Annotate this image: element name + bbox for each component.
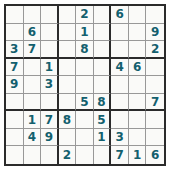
cell-r5c1[interactable]: 9 (6, 76, 24, 94)
cell-r2c4[interactable] (59, 24, 77, 42)
cell-r8c5[interactable] (76, 129, 94, 147)
cell-r2c2[interactable]: 6 (24, 24, 42, 42)
cell-r8c4[interactable] (59, 129, 77, 147)
cell-r3c7[interactable] (111, 41, 129, 59)
cell-r3c1[interactable]: 3 (6, 41, 24, 59)
cell-r2c1[interactable] (6, 24, 24, 42)
cell-r5c4[interactable] (59, 76, 77, 94)
cell-r9c1[interactable] (6, 146, 24, 164)
cell-r6c4[interactable] (59, 94, 77, 112)
cell-r7c9[interactable] (146, 111, 164, 129)
cell-r6c9[interactable]: 7 (146, 94, 164, 112)
cell-r6c7[interactable] (111, 94, 129, 112)
cell-r4c9[interactable] (146, 59, 164, 77)
cell-r7c4[interactable]: 8 (59, 111, 77, 129)
cell-r5c3[interactable]: 3 (41, 76, 59, 94)
cell-r9c5[interactable] (76, 146, 94, 164)
cell-r2c5[interactable]: 1 (76, 24, 94, 42)
cell-r7c2[interactable]: 1 (24, 111, 42, 129)
cell-r3c9[interactable]: 2 (146, 41, 164, 59)
cell-r6c1[interactable] (6, 94, 24, 112)
cell-r9c9[interactable]: 6 (146, 146, 164, 164)
cell-r9c6[interactable] (94, 146, 112, 164)
cell-r1c1[interactable] (6, 6, 24, 24)
cell-r7c5[interactable] (76, 111, 94, 129)
cell-r3c5[interactable]: 8 (76, 41, 94, 59)
cell-r6c8[interactable] (129, 94, 147, 112)
cell-r1c3[interactable] (41, 6, 59, 24)
cell-r6c6[interactable]: 8 (94, 94, 112, 112)
cell-r8c8[interactable] (129, 129, 147, 147)
cell-r4c6[interactable] (94, 59, 112, 77)
cell-r9c3[interactable] (41, 146, 59, 164)
cell-r8c6[interactable]: 1 (94, 129, 112, 147)
cell-r4c4[interactable] (59, 59, 77, 77)
cell-r6c2[interactable] (24, 94, 42, 112)
cell-r3c4[interactable] (59, 41, 77, 59)
cell-r5c6[interactable] (94, 76, 112, 94)
cell-r4c8[interactable]: 6 (129, 59, 147, 77)
cell-r2c9[interactable]: 9 (146, 24, 164, 42)
cell-r4c1[interactable]: 7 (6, 59, 24, 77)
cell-r4c3[interactable]: 1 (41, 59, 59, 77)
cell-r8c1[interactable] (6, 129, 24, 147)
cell-r3c8[interactable] (129, 41, 147, 59)
cell-r8c3[interactable]: 9 (41, 129, 59, 147)
cell-r7c1[interactable] (6, 111, 24, 129)
cell-r1c8[interactable] (129, 6, 147, 24)
cell-r3c6[interactable] (94, 41, 112, 59)
cell-r4c7[interactable]: 4 (111, 59, 129, 77)
cell-r7c7[interactable] (111, 111, 129, 129)
cell-r1c7[interactable]: 6 (111, 6, 129, 24)
cell-r8c2[interactable]: 4 (24, 129, 42, 147)
cell-r4c2[interactable] (24, 59, 42, 77)
cell-r1c5[interactable]: 2 (76, 6, 94, 24)
cell-r9c7[interactable]: 7 (111, 146, 129, 164)
cell-r6c3[interactable] (41, 94, 59, 112)
cell-r9c4[interactable]: 2 (59, 146, 77, 164)
cell-r3c2[interactable]: 7 (24, 41, 42, 59)
cell-r2c6[interactable] (94, 24, 112, 42)
cell-r5c2[interactable] (24, 76, 42, 94)
cell-r5c5[interactable] (76, 76, 94, 94)
cell-r1c4[interactable] (59, 6, 77, 24)
cell-r1c9[interactable] (146, 6, 164, 24)
cell-r6c5[interactable]: 5 (76, 94, 94, 112)
cell-r5c9[interactable] (146, 76, 164, 94)
cell-r7c6[interactable]: 5 (94, 111, 112, 129)
cell-r3c3[interactable] (41, 41, 59, 59)
cell-r9c8[interactable]: 1 (129, 146, 147, 164)
cell-r9c2[interactable] (24, 146, 42, 164)
cell-r7c8[interactable] (129, 111, 147, 129)
sudoku-board: 266193782714693587178549132716 (4, 4, 166, 166)
sudoku-page: 266193782714693587178549132716 (0, 0, 170, 170)
cell-r2c3[interactable] (41, 24, 59, 42)
cell-r5c8[interactable] (129, 76, 147, 94)
cell-r5c7[interactable] (111, 76, 129, 94)
cell-r2c8[interactable] (129, 24, 147, 42)
cell-r7c3[interactable]: 7 (41, 111, 59, 129)
cell-r1c2[interactable] (24, 6, 42, 24)
cell-r1c6[interactable] (94, 6, 112, 24)
cell-r8c9[interactable] (146, 129, 164, 147)
cell-r2c7[interactable] (111, 24, 129, 42)
cell-r4c5[interactable] (76, 59, 94, 77)
cell-r8c7[interactable]: 3 (111, 129, 129, 147)
